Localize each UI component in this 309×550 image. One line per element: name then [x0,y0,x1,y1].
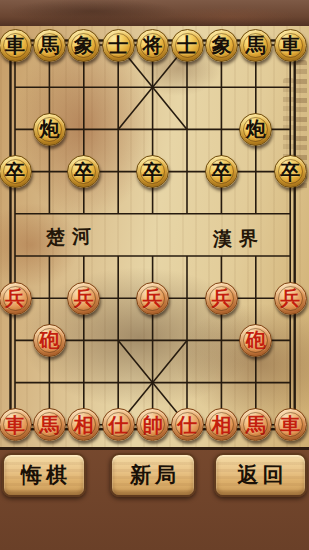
piece-black-cannon[interactable]: 炮 [239,113,272,146]
new-game-button[interactable]: 新局 [110,453,196,497]
piece-red-cannon[interactable]: 砲 [33,324,66,357]
undo-move-button[interactable]: 悔棋 [2,453,86,497]
piece-black-soldier[interactable]: 卒 [205,155,238,188]
river-label-right: 漢界 [213,226,265,253]
piece-red-soldier[interactable]: 兵 [67,282,100,315]
piece-red-cannon[interactable]: 砲 [239,324,272,357]
back-button[interactable]: 返回 [214,453,307,497]
piece-black-soldier[interactable]: 卒 [0,155,32,188]
piece-black-general[interactable]: 将 [136,29,169,62]
piece-black-elephant[interactable]: 象 [67,29,100,62]
piece-black-chariot[interactable]: 車 [274,29,307,62]
piece-red-soldier[interactable]: 兵 [136,282,169,315]
piece-red-chariot[interactable]: 車 [0,408,32,441]
piece-black-horse[interactable]: 馬 [33,29,66,62]
piece-black-advisor[interactable]: 士 [171,29,204,62]
piece-red-horse[interactable]: 馬 [33,408,66,441]
piece-black-advisor[interactable]: 士 [102,29,135,62]
piece-black-cannon[interactable]: 炮 [33,113,66,146]
piece-black-soldier[interactable]: 卒 [274,155,307,188]
piece-red-chariot[interactable]: 車 [274,408,307,441]
piece-red-elephant[interactable]: 相 [205,408,238,441]
piece-red-soldier[interactable]: 兵 [274,282,307,315]
piece-red-soldier[interactable]: 兵 [205,282,238,315]
xiangqi-app-screen: 楚河 漢界 車馬象士将士象馬車炮炮卒卒卒卒卒兵兵兵兵兵砲砲車馬相仕帥仕相馬車 悔… [0,0,309,550]
river-label-left: 楚河 [46,223,99,251]
piece-black-elephant[interactable]: 象 [205,29,238,62]
piece-red-soldier[interactable]: 兵 [0,282,32,315]
piece-red-advisor[interactable]: 仕 [102,408,135,441]
piece-red-advisor[interactable]: 仕 [171,408,204,441]
piece-black-horse[interactable]: 馬 [239,29,272,62]
piece-black-chariot[interactable]: 車 [0,29,32,62]
piece-black-soldier[interactable]: 卒 [136,155,169,188]
